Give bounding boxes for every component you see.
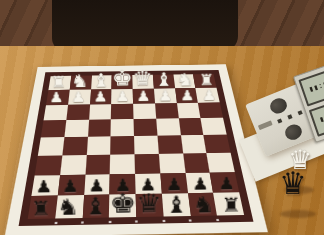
square-h3[interactable] bbox=[44, 104, 68, 120]
piece-white-pawn[interactable]: ♟ bbox=[115, 90, 129, 104]
square-g8[interactable]: ♞ bbox=[55, 195, 84, 218]
board-grid: ♜♞♝♚♛♝♞♜♟♟♟♟♟♟♟♟♟♟♟♟♟♟♟♟♜♞♝♚♛♝♞♜ bbox=[28, 74, 244, 219]
square-f4[interactable] bbox=[87, 120, 111, 137]
square-f1[interactable]: ♝ bbox=[91, 75, 112, 89]
piece-white-rook[interactable]: ♜ bbox=[51, 74, 67, 90]
square-a5[interactable] bbox=[204, 135, 231, 153]
clock-player-button-top[interactable] bbox=[268, 96, 289, 116]
square-e5[interactable] bbox=[110, 136, 134, 154]
square-b6[interactable] bbox=[183, 153, 210, 173]
square-h7[interactable]: ♟ bbox=[31, 175, 60, 196]
piece-white-pawn[interactable]: ♟ bbox=[202, 88, 216, 102]
square-a8[interactable]: ♜ bbox=[213, 193, 244, 216]
piece-white-king[interactable]: ♚ bbox=[111, 68, 132, 89]
piece-black-bishop[interactable]: ♝ bbox=[83, 194, 107, 218]
square-g5[interactable] bbox=[62, 137, 87, 155]
square-e2[interactable]: ♟ bbox=[111, 89, 133, 104]
square-a3[interactable] bbox=[198, 102, 223, 118]
square-a4[interactable] bbox=[201, 118, 227, 135]
square-e3[interactable] bbox=[111, 103, 133, 119]
piece-black-king[interactable]: ♚ bbox=[109, 190, 136, 217]
piece-black-knight[interactable]: ♞ bbox=[57, 196, 80, 219]
piece-white-pawn[interactable]: ♟ bbox=[137, 89, 151, 103]
piece-white-pawn[interactable]: ♟ bbox=[93, 90, 107, 104]
square-h2[interactable]: ♟ bbox=[46, 90, 69, 105]
piece-white-bishop[interactable]: ♝ bbox=[155, 70, 173, 88]
piece-black-queen[interactable]: ♛ bbox=[136, 191, 162, 217]
board-frame: ♜♞♝♚♛♝♞♜♟♟♟♟♟♟♟♟♟♟♟♟♟♟♟♟♜♞♝♚♛♝♞♜ bbox=[19, 70, 254, 226]
square-b2[interactable]: ♟ bbox=[175, 88, 198, 103]
square-g2[interactable]: ♟ bbox=[68, 89, 91, 104]
square-b8[interactable]: ♞ bbox=[188, 193, 218, 216]
square-c8[interactable]: ♝ bbox=[162, 193, 191, 216]
piece-white-pawn[interactable]: ♟ bbox=[71, 90, 85, 104]
square-b5[interactable] bbox=[180, 135, 206, 153]
piece-black-rook[interactable]: ♜ bbox=[31, 199, 51, 219]
square-a7[interactable]: ♟ bbox=[210, 172, 239, 193]
square-h1[interactable]: ♜ bbox=[48, 76, 71, 90]
square-g6[interactable] bbox=[60, 155, 86, 175]
square-f5[interactable] bbox=[86, 136, 110, 154]
square-h6[interactable] bbox=[35, 155, 62, 175]
square-d6[interactable] bbox=[135, 154, 161, 174]
square-d5[interactable] bbox=[134, 136, 159, 154]
spare-piece-shadow bbox=[280, 210, 316, 218]
photo-scene: ♜♞♝♚♛♝♞♜♟♟♟♟♟♟♟♟♟♟♟♟♟♟♟♟♜♞♝♚♛♝♞♜ ▮▮:▮▮ ▮… bbox=[0, 0, 324, 235]
square-e4[interactable] bbox=[111, 119, 134, 136]
square-b4[interactable] bbox=[178, 118, 203, 135]
piece-white-pawn[interactable]: ♟ bbox=[50, 90, 64, 104]
square-d2[interactable]: ♟ bbox=[133, 89, 155, 104]
piece-white-pawn[interactable]: ♟ bbox=[158, 89, 172, 103]
square-f6[interactable] bbox=[85, 154, 110, 174]
square-h4[interactable] bbox=[41, 120, 66, 137]
square-a6[interactable] bbox=[207, 152, 235, 172]
square-g7[interactable]: ♟ bbox=[57, 174, 84, 195]
square-a2[interactable]: ♟ bbox=[196, 88, 220, 103]
square-g4[interactable] bbox=[64, 120, 88, 137]
piece-white-queen[interactable]: ♛ bbox=[133, 69, 153, 89]
square-e6[interactable] bbox=[110, 154, 135, 174]
square-d8[interactable]: ♛ bbox=[136, 194, 164, 217]
square-b3[interactable] bbox=[176, 103, 200, 119]
square-d1[interactable]: ♛ bbox=[132, 75, 153, 89]
piece-black-rook[interactable]: ♜ bbox=[220, 195, 240, 215]
clock-lcd-top: ▮▮:▮▮ bbox=[298, 68, 324, 107]
square-f2[interactable]: ♟ bbox=[90, 89, 112, 104]
piece-black-knight[interactable]: ♞ bbox=[192, 194, 215, 216]
piece-white-knight[interactable]: ♞ bbox=[71, 72, 89, 89]
chess-board: ♜♞♝♚♛♝♞♜♟♟♟♟♟♟♟♟♟♟♟♟♟♟♟♟♜♞♝♚♛♝♞♜ bbox=[5, 64, 268, 235]
piece-white-rook[interactable]: ♜ bbox=[198, 72, 214, 88]
chair-back bbox=[52, 0, 238, 52]
clock-player-button-bottom[interactable] bbox=[283, 122, 304, 142]
square-c2[interactable]: ♟ bbox=[154, 88, 177, 103]
square-g3[interactable] bbox=[66, 104, 90, 120]
square-b7[interactable]: ♟ bbox=[185, 172, 213, 193]
square-d4[interactable] bbox=[134, 119, 158, 136]
square-h8[interactable]: ♜ bbox=[28, 196, 58, 219]
square-c1[interactable]: ♝ bbox=[153, 74, 175, 88]
piece-white-knight[interactable]: ♞ bbox=[176, 71, 194, 88]
square-e1[interactable]: ♚ bbox=[112, 75, 133, 89]
square-c6[interactable] bbox=[159, 153, 185, 173]
square-h5[interactable] bbox=[38, 137, 64, 156]
square-a1[interactable]: ♜ bbox=[193, 74, 216, 88]
piece-white-pawn[interactable]: ♟ bbox=[180, 89, 194, 103]
piece-black-pawn[interactable]: ♟ bbox=[36, 179, 53, 196]
square-f8[interactable]: ♝ bbox=[82, 195, 110, 218]
vinyl-board-sheet: ♜♞♝♚♛♝♞♜♟♟♟♟♟♟♟♟♟♟♟♟♟♟♟♟♜♞♝♚♛♝♞♜ bbox=[5, 64, 268, 235]
spare-black-queen[interactable]: ♛ bbox=[279, 168, 307, 199]
piece-black-bishop[interactable]: ♝ bbox=[165, 193, 189, 217]
square-b1[interactable]: ♞ bbox=[173, 74, 196, 88]
square-c3[interactable] bbox=[155, 103, 179, 119]
piece-white-bishop[interactable]: ♝ bbox=[92, 71, 111, 89]
square-f3[interactable] bbox=[89, 104, 112, 120]
square-g1[interactable]: ♞ bbox=[70, 76, 92, 90]
square-d3[interactable] bbox=[133, 103, 156, 119]
piece-black-pawn[interactable]: ♟ bbox=[218, 176, 235, 193]
clock-brand-label bbox=[258, 120, 273, 130]
square-c5[interactable] bbox=[157, 135, 182, 153]
square-e8[interactable]: ♚ bbox=[109, 194, 136, 217]
square-c4[interactable] bbox=[156, 119, 180, 136]
